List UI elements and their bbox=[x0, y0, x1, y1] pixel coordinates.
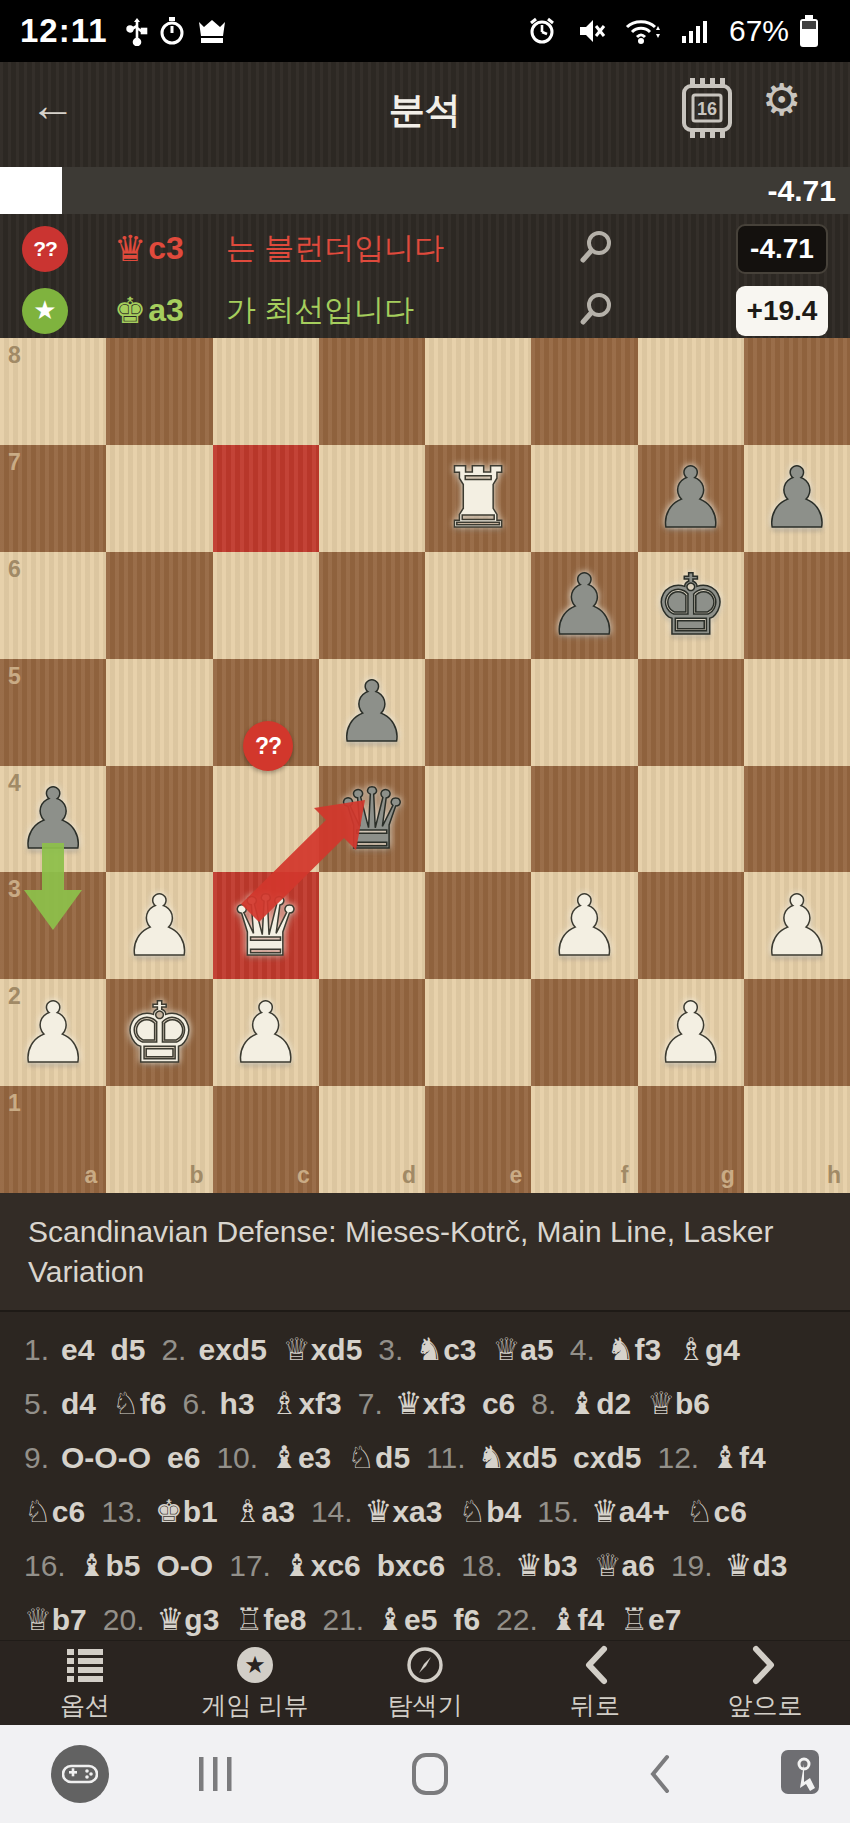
square-b6[interactable] bbox=[106, 552, 212, 659]
engine-depth-value: 16 bbox=[697, 99, 717, 119]
square-d1[interactable]: d bbox=[319, 1086, 425, 1193]
move-row: 16.♝b5O-O17.♝xc6bxc618.♛b3♕a619.♛d3 bbox=[24, 1538, 826, 1592]
figurine-icon: ♝ bbox=[376, 1601, 404, 1637]
move-san[interactable]: ♝f4 bbox=[550, 1603, 604, 1636]
figurine-icon: ♝ bbox=[568, 1385, 596, 1421]
square-g3[interactable] bbox=[638, 872, 744, 979]
square-d6[interactable] bbox=[319, 552, 425, 659]
move-san[interactable]: ♝b5 bbox=[78, 1549, 141, 1582]
figurine-icon: ♕ bbox=[283, 1331, 311, 1367]
status-bar: 12:11 67% bbox=[0, 0, 850, 62]
square-h6[interactable] bbox=[744, 552, 850, 659]
best-move: ♚ a3 bbox=[114, 290, 226, 331]
move-row: 1.e4d52.exd5♕xd53.♞c3♕a54.♞f3♗g4 bbox=[24, 1322, 826, 1376]
move-san[interactable]: c6 bbox=[482, 1387, 515, 1420]
square-e3[interactable] bbox=[425, 872, 531, 979]
move-san[interactable]: h3 bbox=[220, 1387, 255, 1420]
figurine-icon: ♞ bbox=[478, 1439, 506, 1475]
figurine-icon: ♗ bbox=[677, 1331, 705, 1367]
list-icon bbox=[65, 1645, 105, 1685]
move-san[interactable]: ♕b6 bbox=[647, 1387, 710, 1420]
toolbar-label: 앞으로 bbox=[728, 1689, 803, 1722]
square-a6[interactable]: 6 bbox=[0, 552, 106, 659]
move-san[interactable]: e6 bbox=[167, 1441, 200, 1474]
rank-label: 5 bbox=[8, 663, 21, 690]
move-san[interactable]: e4 bbox=[61, 1333, 94, 1366]
square-f7[interactable] bbox=[531, 445, 637, 552]
toolbar-item-explorer[interactable]: 탐색기 bbox=[340, 1641, 510, 1725]
move-number: 1. bbox=[24, 1333, 49, 1366]
rank-label: 2 bbox=[8, 983, 21, 1010]
app-bar: ← 분석 16 ⚙ bbox=[0, 62, 850, 167]
square-c1[interactable]: c bbox=[213, 1086, 319, 1193]
move-san[interactable]: ♝d2 bbox=[568, 1387, 631, 1420]
touch-mode-icon[interactable] bbox=[765, 1725, 835, 1823]
move-number: 18. bbox=[461, 1549, 503, 1582]
move-number: 15. bbox=[537, 1495, 579, 1528]
back-icon bbox=[581, 1645, 609, 1685]
figurine-icon: ♝ bbox=[78, 1547, 106, 1583]
square-e5[interactable] bbox=[425, 659, 531, 766]
move-number: 7. bbox=[358, 1387, 383, 1420]
android-nav-bar bbox=[0, 1725, 850, 1823]
move-number: 8. bbox=[531, 1387, 556, 1420]
figurine-icon: ♝ bbox=[270, 1439, 298, 1475]
square-f1[interactable]: f bbox=[531, 1086, 637, 1193]
toolbar-item-game-review[interactable]: ★게임 리뷰 bbox=[170, 1641, 340, 1725]
move-number: 17. bbox=[229, 1549, 271, 1582]
square-e7[interactable] bbox=[425, 445, 531, 552]
figurine-icon: ♛ bbox=[591, 1493, 619, 1529]
figurine-icon: ♛ bbox=[365, 1493, 393, 1529]
move-san[interactable]: ♕b7 bbox=[24, 1603, 87, 1636]
figurine-icon: ♘ bbox=[686, 1493, 714, 1529]
square-a8[interactable]: 8 bbox=[0, 338, 106, 445]
figurine-icon: ♕ bbox=[24, 1601, 52, 1637]
square-d7[interactable] bbox=[319, 445, 425, 552]
file-label: g bbox=[721, 1162, 735, 1189]
figurine-icon: ♘ bbox=[347, 1439, 375, 1475]
square-a3[interactable]: 3 bbox=[0, 872, 106, 979]
square-a4[interactable]: 4 bbox=[0, 766, 106, 873]
move-san[interactable]: ♘b4 bbox=[458, 1495, 521, 1528]
file-label: f bbox=[621, 1162, 629, 1189]
square-d8[interactable] bbox=[319, 338, 425, 445]
game-review-icon: ★ bbox=[237, 1645, 273, 1685]
toolbar-item-forward[interactable]: 앞으로 bbox=[680, 1641, 850, 1725]
move-san[interactable]: ♖e7 bbox=[620, 1603, 681, 1636]
move-san[interactable]: ♞c3 bbox=[415, 1333, 476, 1366]
square-b7[interactable] bbox=[106, 445, 212, 552]
move-number: 12. bbox=[657, 1441, 699, 1474]
clock-text: 12:11 bbox=[20, 12, 108, 50]
square-c4[interactable] bbox=[213, 766, 319, 873]
move-list[interactable]: 1.e4d52.exd5♕xd53.♞c3♕a54.♞f3♗g45.d4♘f66… bbox=[0, 1312, 850, 1640]
square-e6[interactable] bbox=[425, 552, 531, 659]
figurine-icon: ♗ bbox=[234, 1493, 262, 1529]
explorer-icon bbox=[405, 1645, 445, 1685]
star-icon: ★ bbox=[237, 1647, 273, 1683]
blunder-badge-icon: ?? bbox=[22, 226, 68, 272]
figurine-icon: ♗ bbox=[271, 1385, 299, 1421]
move-number: 19. bbox=[671, 1549, 713, 1582]
square-d4[interactable] bbox=[319, 766, 425, 873]
square-e4[interactable] bbox=[425, 766, 531, 873]
toolbar-label: 뒤로 bbox=[570, 1689, 620, 1722]
square-f4[interactable] bbox=[531, 766, 637, 873]
move-number: 9. bbox=[24, 1441, 49, 1474]
move-san[interactable]: ♘c6 bbox=[24, 1495, 85, 1528]
best-move-star-icon: ★ bbox=[22, 288, 68, 334]
square-c5[interactable] bbox=[213, 659, 319, 766]
move-number: 11. bbox=[426, 1441, 465, 1474]
square-h2[interactable] bbox=[744, 979, 850, 1086]
evaluation-bar: -4.71 bbox=[0, 167, 850, 214]
move-san[interactable]: ♝e3 bbox=[270, 1441, 331, 1474]
evaluation-bar-white-segment bbox=[0, 167, 62, 214]
engine-depth-button[interactable]: 16 bbox=[678, 76, 736, 144]
move-row: 5.d4♘f66.h3♗xf37.♛xf3c68.♝d2♕b6 bbox=[24, 1376, 826, 1430]
square-h7[interactable] bbox=[744, 445, 850, 552]
square-c2[interactable] bbox=[213, 979, 319, 1086]
rank-label: 6 bbox=[8, 556, 21, 583]
move-row: ♕b720.♛g3♖fe821.♝e5f622.♝f4♖e7 bbox=[24, 1592, 826, 1640]
wifi-icon bbox=[625, 16, 661, 46]
toolbar-item-back[interactable]: 뒤로 bbox=[510, 1641, 680, 1725]
figurine-icon: ♖ bbox=[620, 1601, 648, 1637]
move-san[interactable]: d4 bbox=[61, 1387, 96, 1420]
file-label: c bbox=[297, 1162, 310, 1189]
blunder-eval-badge: -4.71 bbox=[736, 224, 828, 274]
blunder-label: 는 블런더입니다 bbox=[226, 228, 578, 269]
move-san[interactable]: ♞f3 bbox=[607, 1333, 661, 1366]
figurine-icon: ♘ bbox=[24, 1493, 52, 1529]
square-b1[interactable]: b bbox=[106, 1086, 212, 1193]
best-move-label: 가 최선입니다 bbox=[226, 290, 578, 331]
square-c3[interactable] bbox=[213, 872, 319, 979]
move-san[interactable]: ♗g4 bbox=[677, 1333, 740, 1366]
move-number: 14. bbox=[311, 1495, 353, 1528]
file-label: a bbox=[84, 1162, 97, 1189]
figurine-icon: ♛ bbox=[395, 1385, 423, 1421]
square-d3[interactable] bbox=[319, 872, 425, 979]
square-h3[interactable] bbox=[744, 872, 850, 979]
figurine-icon: ♘ bbox=[112, 1385, 140, 1421]
toolbar-item-options[interactable]: 옵션 bbox=[0, 1641, 170, 1725]
move-san[interactable]: ♕a5 bbox=[493, 1333, 554, 1366]
toolbar-label: 옵션 bbox=[60, 1689, 110, 1722]
mute-icon bbox=[576, 16, 606, 46]
move-san[interactable]: ♝e5 bbox=[376, 1603, 437, 1636]
figurine-icon: ♕ bbox=[594, 1547, 622, 1583]
move-number: 21. bbox=[323, 1603, 365, 1636]
evaluation-value: -4.71 bbox=[768, 174, 836, 208]
gear-icon[interactable]: ⚙ bbox=[762, 78, 801, 122]
square-b5[interactable] bbox=[106, 659, 212, 766]
figurine-icon: ♝ bbox=[283, 1547, 311, 1583]
square-f5[interactable] bbox=[531, 659, 637, 766]
move-san[interactable]: ♛xf3 bbox=[395, 1387, 466, 1420]
move-san[interactable]: ♗a3 bbox=[234, 1495, 295, 1528]
figurine-icon: ♝ bbox=[550, 1601, 578, 1637]
square-g8[interactable] bbox=[638, 338, 744, 445]
figurine-icon: ♘ bbox=[458, 1493, 486, 1529]
file-label: d bbox=[402, 1162, 416, 1189]
square-f6[interactable] bbox=[531, 552, 637, 659]
chess-board[interactable]: 87654321abcdefgh bbox=[0, 338, 850, 1193]
square-g7[interactable] bbox=[638, 445, 744, 552]
move-san[interactable]: ♛d3 bbox=[725, 1549, 788, 1582]
best-move-square: a3 bbox=[148, 292, 184, 329]
best-move-eval-badge: +19.4 bbox=[736, 286, 828, 336]
square-a1[interactable]: 1a bbox=[0, 1086, 106, 1193]
nav-back-icon[interactable] bbox=[615, 1725, 705, 1823]
square-b3[interactable] bbox=[106, 872, 212, 979]
figurine-icon: ♕ bbox=[493, 1331, 521, 1367]
usb-icon bbox=[126, 16, 148, 46]
move-san[interactable]: cxd5 bbox=[573, 1441, 641, 1474]
move-row: 9.O-O-Oe610.♝e3♘d511.♞xd5cxd512.♝f4 bbox=[24, 1430, 826, 1484]
opening-name: Scandinavian Defense: Mieses-Kotrč, Main… bbox=[0, 1212, 836, 1292]
figurine-icon: ♛ bbox=[725, 1547, 753, 1583]
rank-label: 8 bbox=[8, 342, 21, 369]
forward-icon bbox=[751, 1645, 779, 1685]
move-number: 22. bbox=[496, 1603, 538, 1636]
figurine-icon: ♕ bbox=[647, 1385, 675, 1421]
file-label: e bbox=[509, 1162, 522, 1189]
move-san[interactable]: ♛g3 bbox=[157, 1603, 220, 1636]
square-b4[interactable] bbox=[106, 766, 212, 873]
move-san[interactable]: ♘f6 bbox=[112, 1387, 166, 1420]
square-d5[interactable] bbox=[319, 659, 425, 766]
rank-label: 7 bbox=[8, 449, 21, 476]
move-san[interactable]: ♘c6 bbox=[686, 1495, 747, 1528]
square-b2[interactable] bbox=[106, 979, 212, 1086]
move-san[interactable]: ♕xd5 bbox=[283, 1333, 363, 1366]
alarm-icon bbox=[527, 16, 557, 46]
square-c8[interactable] bbox=[213, 338, 319, 445]
stopwatch-icon bbox=[158, 16, 186, 46]
move-san[interactable]: O-O bbox=[157, 1549, 214, 1582]
move-san[interactable]: f6 bbox=[453, 1603, 480, 1636]
rank-label: 3 bbox=[8, 876, 21, 903]
square-g4[interactable] bbox=[638, 766, 744, 873]
figurine-icon: ♝ bbox=[711, 1439, 739, 1475]
opening-name-bar: Scandinavian Defense: Mieses-Kotrč, Main… bbox=[0, 1193, 850, 1312]
move-number: 4. bbox=[570, 1333, 595, 1366]
blunder-move: ♛ c3 bbox=[114, 228, 226, 269]
rank-label: 1 bbox=[8, 1090, 21, 1117]
square-e2[interactable] bbox=[425, 979, 531, 1086]
square-b8[interactable] bbox=[106, 338, 212, 445]
toolbar-label: 게임 리뷰 bbox=[202, 1689, 309, 1722]
rank-label: 4 bbox=[8, 770, 21, 797]
magnifier-icon[interactable] bbox=[578, 291, 614, 331]
file-label: h bbox=[827, 1162, 841, 1189]
figurine-icon: ♛ bbox=[515, 1547, 543, 1583]
square-a2[interactable]: 2 bbox=[0, 979, 106, 1086]
square-f2[interactable] bbox=[531, 979, 637, 1086]
best-move-annotation-row[interactable]: ★ ♚ a3 가 최선입니다 +19.4 bbox=[0, 283, 850, 338]
toolbar-label: 탐색기 bbox=[388, 1689, 463, 1722]
move-san[interactable]: ♛b3 bbox=[515, 1549, 578, 1582]
square-g1[interactable]: g bbox=[638, 1086, 744, 1193]
king-icon: ♚ bbox=[114, 290, 146, 331]
figurine-icon: ♛ bbox=[157, 1601, 185, 1637]
move-san[interactable]: d5 bbox=[110, 1333, 145, 1366]
square-h1[interactable]: h bbox=[744, 1086, 850, 1193]
move-number: 20. bbox=[103, 1603, 145, 1636]
move-san[interactable]: ♖fe8 bbox=[235, 1603, 306, 1636]
move-san[interactable]: ♘d5 bbox=[347, 1441, 410, 1474]
move-san[interactable]: ♕a6 bbox=[594, 1549, 655, 1582]
move-san[interactable]: ♝xc6 bbox=[283, 1549, 361, 1582]
gamepad-icon bbox=[51, 1745, 109, 1803]
move-san[interactable]: ♗xf3 bbox=[271, 1387, 342, 1420]
square-d2[interactable] bbox=[319, 979, 425, 1086]
queen-icon: ♛ bbox=[114, 228, 146, 269]
recents-icon[interactable] bbox=[170, 1725, 260, 1823]
move-number: 3. bbox=[378, 1333, 403, 1366]
move-number: 5. bbox=[24, 1387, 49, 1420]
move-number: 10. bbox=[216, 1441, 258, 1474]
square-f8[interactable] bbox=[531, 338, 637, 445]
bottom-toolbar: 옵션★게임 리뷰탐색기뒤로앞으로 bbox=[0, 1640, 850, 1725]
move-san[interactable]: ♚b1 bbox=[155, 1495, 218, 1528]
figurine-icon: ♖ bbox=[235, 1601, 263, 1637]
file-label: b bbox=[189, 1162, 203, 1189]
move-san[interactable]: ♛a4+ bbox=[591, 1495, 670, 1528]
move-san[interactable]: bxc6 bbox=[377, 1549, 445, 1582]
square-a7[interactable]: 7 bbox=[0, 445, 106, 552]
square-c7[interactable] bbox=[213, 445, 319, 552]
game-tools-button[interactable] bbox=[45, 1725, 115, 1823]
square-a5[interactable]: 5 bbox=[0, 659, 106, 766]
move-number: 2. bbox=[161, 1333, 186, 1366]
square-g2[interactable] bbox=[638, 979, 744, 1086]
battery-icon bbox=[798, 14, 820, 48]
square-f3[interactable] bbox=[531, 872, 637, 979]
figurine-icon: ♞ bbox=[415, 1331, 443, 1367]
move-san[interactable]: ♞xd5 bbox=[478, 1441, 558, 1474]
square-h4[interactable] bbox=[744, 766, 850, 873]
square-h8[interactable] bbox=[744, 338, 850, 445]
move-number: 13. bbox=[101, 1495, 143, 1528]
blunder-square: c3 bbox=[148, 230, 184, 267]
signal-icon bbox=[680, 16, 710, 46]
move-san[interactable]: ♝f4 bbox=[711, 1441, 765, 1474]
square-h5[interactable] bbox=[744, 659, 850, 766]
square-g6[interactable] bbox=[638, 552, 744, 659]
square-e8[interactable] bbox=[425, 338, 531, 445]
move-number: 6. bbox=[183, 1387, 208, 1420]
battery-percent-text: 67% bbox=[729, 14, 789, 48]
move-san[interactable]: ♛xa3 bbox=[365, 1495, 443, 1528]
square-e1[interactable]: e bbox=[425, 1086, 531, 1193]
move-san[interactable]: O-O-O bbox=[61, 1441, 151, 1474]
figurine-icon: ♚ bbox=[155, 1493, 183, 1529]
square-g5[interactable] bbox=[638, 659, 744, 766]
home-icon[interactable] bbox=[385, 1725, 475, 1823]
magnifier-icon[interactable] bbox=[578, 229, 614, 269]
move-row: ♘c613.♚b1♗a314.♛xa3♘b415.♛a4+♘c6 bbox=[24, 1484, 826, 1538]
move-number: 16. bbox=[24, 1549, 66, 1582]
crown-icon bbox=[196, 16, 228, 46]
square-c6[interactable] bbox=[213, 552, 319, 659]
move-san[interactable]: exd5 bbox=[198, 1333, 266, 1366]
blunder-annotation-row[interactable]: ?? ♛ c3 는 블런더입니다 -4.71 bbox=[0, 214, 850, 283]
figurine-icon: ♞ bbox=[607, 1331, 635, 1367]
